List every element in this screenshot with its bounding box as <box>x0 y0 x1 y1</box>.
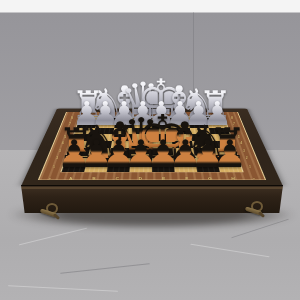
file-label-c: C <box>115 177 119 181</box>
band-corner-mark: • <box>49 177 50 180</box>
piece-black-pawn-h1: ♟ <box>213 135 247 173</box>
file-label-f: F <box>185 177 188 181</box>
product-photo-scene: ABCDEFGH••1122334455667788 ♜♞♝♛♚♝♞♜♟♟♟♟♟… <box>0 0 300 300</box>
file-label-a: A <box>69 177 73 181</box>
brass-clasp-left <box>37 203 63 223</box>
file-label-d: D <box>139 177 143 181</box>
file-label-b: B <box>92 177 96 181</box>
rank-label-left-1: 1 <box>53 166 55 169</box>
file-label-h: H <box>231 177 235 181</box>
brass-clasp-right <box>242 201 268 221</box>
clasp-tip-icon <box>258 211 265 218</box>
clasp-tip-icon <box>53 213 60 220</box>
file-label-g: G <box>208 177 212 181</box>
rank-label-right-1: 1 <box>249 166 251 169</box>
file-label-e: E <box>162 177 165 181</box>
band-corner-mark: • <box>253 177 254 180</box>
